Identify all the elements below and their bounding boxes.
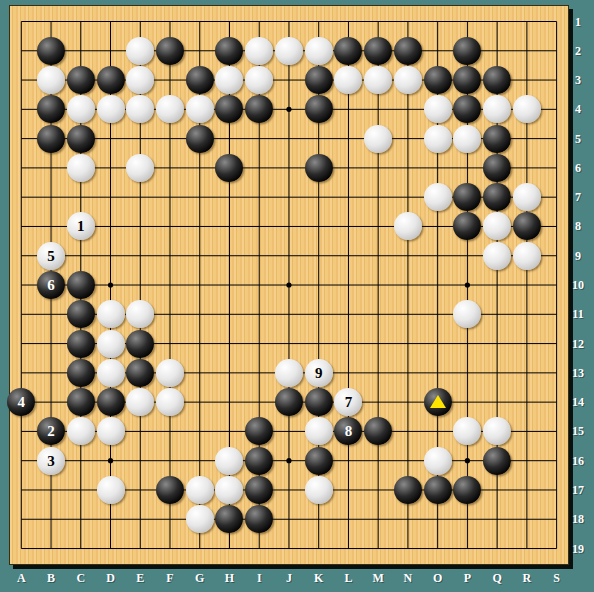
column-label-q: Q [492,571,501,586]
stone-b15[interactable]: 2 [37,417,65,445]
stone-c4[interactable] [67,95,95,123]
column-label-d: D [106,571,115,586]
stone-a14[interactable]: 4 [7,388,35,416]
stone-c5[interactable] [67,125,95,153]
stone-j2[interactable] [275,37,303,65]
column-label-f: F [166,571,173,586]
stone-c6[interactable] [67,154,95,182]
row-label-13: 13 [572,365,584,380]
stone-n3[interactable] [394,66,422,94]
stone-q3[interactable] [483,66,511,94]
column-label-g: G [195,571,204,586]
stone-c10[interactable] [67,271,95,299]
column-label-j: J [286,571,292,586]
stone-e6[interactable] [126,154,154,182]
stone-q16[interactable] [483,447,511,475]
move-number-label: 2 [37,417,65,445]
row-label-11: 11 [572,307,583,322]
stone-d14[interactable] [97,388,125,416]
stone-b2[interactable] [37,37,65,65]
stone-k16[interactable] [305,447,333,475]
move-number-label: 1 [67,212,95,240]
row-label-12: 12 [572,336,584,351]
stone-p5[interactable] [453,125,481,153]
stone-e13[interactable] [126,359,154,387]
stone-g3[interactable] [186,66,214,94]
stone-c8[interactable]: 1 [67,212,95,240]
column-label-h: H [225,571,234,586]
go-board-window: 156947283 ABCDEFGHIJKLMNOPQRS12345678910… [0,0,594,592]
column-label-i: I [257,571,262,586]
stone-f17[interactable] [156,476,184,504]
column-label-c: C [76,571,85,586]
column-label-k: K [314,571,323,586]
stone-k13[interactable]: 9 [305,359,333,387]
column-label-r: R [523,571,532,586]
stone-m2[interactable] [364,37,392,65]
stone-q5[interactable] [483,125,511,153]
stone-c14[interactable] [67,388,95,416]
stone-g17[interactable] [186,476,214,504]
stone-g4[interactable] [186,95,214,123]
stone-o7[interactable] [424,183,452,211]
stone-f2[interactable] [156,37,184,65]
stone-d17[interactable] [97,476,125,504]
column-label-b: B [47,571,55,586]
row-label-17: 17 [572,482,584,497]
move-number-label: 5 [37,242,65,270]
stone-r7[interactable] [513,183,541,211]
row-label-10: 10 [572,278,584,293]
row-label-2: 2 [575,43,581,58]
column-label-p: P [464,571,471,586]
stone-c15[interactable] [67,417,95,445]
stone-o17[interactable] [424,476,452,504]
row-label-8: 8 [575,219,581,234]
stone-p2[interactable] [453,37,481,65]
stone-l15[interactable]: 8 [334,417,362,445]
stone-i2[interactable] [245,37,273,65]
stone-k6[interactable] [305,154,333,182]
stone-j14[interactable] [275,388,303,416]
row-label-1: 1 [575,14,581,29]
stone-g18[interactable] [186,505,214,533]
row-label-16: 16 [572,453,584,468]
stone-o16[interactable] [424,447,452,475]
stone-c13[interactable] [67,359,95,387]
stone-k4[interactable] [305,95,333,123]
row-label-4: 4 [575,102,581,117]
column-label-o: O [433,571,442,586]
stone-l14[interactable]: 7 [334,388,362,416]
column-label-s: S [553,571,560,586]
stone-b10[interactable]: 6 [37,271,65,299]
stone-e2[interactable] [126,37,154,65]
stone-o4[interactable] [424,95,452,123]
move-number-label: 9 [305,359,333,387]
move-number-label: 6 [37,271,65,299]
column-label-l: L [344,571,352,586]
row-label-3: 3 [575,73,581,88]
stone-d3[interactable] [97,66,125,94]
stone-i16[interactable] [245,447,273,475]
stone-k14[interactable] [305,388,333,416]
row-label-19: 19 [572,541,584,556]
stone-r9[interactable] [513,242,541,270]
row-label-15: 15 [572,424,584,439]
stone-j13[interactable] [275,359,303,387]
stone-g5[interactable] [186,125,214,153]
stone-d4[interactable] [97,95,125,123]
column-label-m: M [373,571,384,586]
column-label-e: E [136,571,144,586]
stone-b3[interactable] [37,66,65,94]
stone-d15[interactable] [97,417,125,445]
stone-q6[interactable] [483,154,511,182]
stone-n17[interactable] [394,476,422,504]
triangle-marker-icon [430,395,446,408]
stone-c12[interactable] [67,330,95,358]
stone-f13[interactable] [156,359,184,387]
stone-b5[interactable] [37,125,65,153]
stone-q9[interactable] [483,242,511,270]
stone-e12[interactable] [126,330,154,358]
stone-k15[interactable] [305,417,333,445]
stone-n2[interactable] [394,37,422,65]
stone-o14[interactable] [424,388,452,416]
stone-d11[interactable] [97,300,125,328]
row-label-9: 9 [575,248,581,263]
stone-h16[interactable] [215,447,243,475]
stone-k3[interactable] [305,66,333,94]
row-label-6: 6 [575,160,581,175]
stone-c3[interactable] [67,66,95,94]
stone-i17[interactable] [245,476,273,504]
stone-d13[interactable] [97,359,125,387]
stone-d12[interactable] [97,330,125,358]
stone-o5[interactable] [424,125,452,153]
move-number-label: 4 [7,388,35,416]
stone-k17[interactable] [305,476,333,504]
move-number-label: 8 [334,417,362,445]
row-label-14: 14 [572,395,584,410]
stone-k2[interactable] [305,37,333,65]
stone-c11[interactable] [67,300,95,328]
move-number-label: 7 [334,388,362,416]
stone-b9[interactable]: 5 [37,242,65,270]
stone-m5[interactable] [364,125,392,153]
stone-o3[interactable] [424,66,452,94]
row-label-18: 18 [572,512,584,527]
column-label-a: A [17,571,26,586]
row-label-5: 5 [575,131,581,146]
row-label-7: 7 [575,190,581,205]
stone-b16[interactable]: 3 [37,447,65,475]
column-label-n: N [404,571,413,586]
stone-f14[interactable] [156,388,184,416]
move-number-label: 3 [37,447,65,475]
